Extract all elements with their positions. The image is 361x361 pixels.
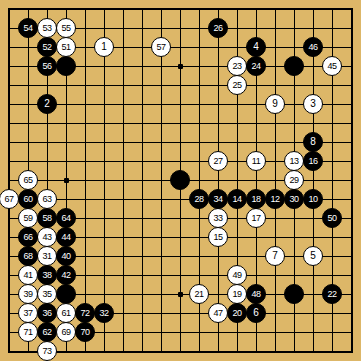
star-point — [178, 64, 183, 69]
black-stone-36[interactable]: 36 — [37, 303, 57, 323]
white-stone-5[interactable]: 5 — [303, 246, 323, 266]
move-number: 69 — [61, 328, 70, 337]
move-number: 73 — [42, 347, 51, 356]
move-number: 3 — [310, 99, 315, 109]
move-number: 54 — [23, 24, 32, 33]
white-stone-21[interactable]: 21 — [189, 284, 209, 304]
white-stone-1[interactable]: 1 — [94, 37, 114, 57]
white-stone-61[interactable]: 61 — [56, 303, 76, 323]
black-stone-40[interactable]: 40 — [56, 246, 76, 266]
move-number: 15 — [213, 233, 222, 242]
move-number: 26 — [213, 24, 222, 33]
move-number: 41 — [23, 271, 32, 280]
white-stone-69[interactable]: 69 — [56, 322, 76, 342]
white-stone-3[interactable]: 3 — [303, 94, 323, 114]
move-number: 20 — [232, 309, 241, 318]
black-stone-12[interactable]: 12 — [265, 189, 285, 209]
black-stone-handicap[interactable] — [56, 284, 76, 304]
move-number: 61 — [61, 309, 70, 318]
move-number: 44 — [61, 233, 70, 242]
black-stone-28[interactable]: 28 — [189, 189, 209, 209]
black-stone-handicap[interactable] — [284, 56, 304, 76]
move-number: 32 — [99, 309, 108, 318]
black-stone-22[interactable]: 22 — [322, 284, 342, 304]
black-stone-62[interactable]: 62 — [37, 322, 57, 342]
white-stone-19[interactable]: 19 — [227, 284, 247, 304]
white-stone-49[interactable]: 49 — [227, 265, 247, 285]
black-stone-70[interactable]: 70 — [75, 322, 95, 342]
white-stone-67[interactable]: 67 — [0, 189, 19, 209]
move-number: 35 — [42, 290, 51, 299]
move-number: 9 — [272, 99, 277, 109]
white-stone-31[interactable]: 31 — [37, 246, 57, 266]
black-stone-handicap[interactable] — [284, 284, 304, 304]
white-stone-23[interactable]: 23 — [227, 56, 247, 76]
move-number: 34 — [213, 195, 222, 204]
white-stone-63[interactable]: 63 — [37, 189, 57, 209]
black-stone-32[interactable]: 32 — [94, 303, 114, 323]
move-number: 31 — [42, 252, 51, 261]
white-stone-29[interactable]: 29 — [284, 170, 304, 190]
white-stone-13[interactable]: 13 — [284, 151, 304, 171]
move-number: 1 — [101, 42, 106, 52]
move-number: 55 — [61, 24, 70, 33]
black-stone-38[interactable]: 38 — [37, 265, 57, 285]
black-stone-48[interactable]: 48 — [246, 284, 266, 304]
move-number: 57 — [156, 43, 165, 52]
move-number: 14 — [232, 195, 241, 204]
white-stone-39[interactable]: 39 — [18, 284, 38, 304]
black-stone-24[interactable]: 24 — [246, 56, 266, 76]
move-number: 5 — [310, 251, 315, 261]
move-number: 39 — [23, 290, 32, 299]
black-stone-58[interactable]: 58 — [37, 208, 57, 228]
black-stone-8[interactable]: 8 — [303, 132, 323, 152]
move-number: 29 — [289, 176, 298, 185]
black-stone-4[interactable]: 4 — [246, 37, 266, 57]
white-stone-25[interactable]: 25 — [227, 75, 247, 95]
white-stone-37[interactable]: 37 — [18, 303, 38, 323]
move-number: 8 — [310, 137, 315, 147]
move-number: 30 — [289, 195, 298, 204]
white-stone-15[interactable]: 15 — [208, 227, 228, 247]
move-number: 24 — [251, 62, 260, 71]
move-number: 59 — [23, 214, 32, 223]
move-number: 45 — [327, 62, 336, 71]
white-stone-73[interactable]: 73 — [37, 341, 57, 361]
black-stone-44[interactable]: 44 — [56, 227, 76, 247]
white-stone-7[interactable]: 7 — [265, 246, 285, 266]
move-number: 2 — [44, 99, 49, 109]
star-point — [64, 178, 69, 183]
move-number: 52 — [42, 43, 51, 52]
black-stone-handicap[interactable] — [56, 56, 76, 76]
move-number: 28 — [194, 195, 203, 204]
black-stone-30[interactable]: 30 — [284, 189, 304, 209]
move-number: 60 — [23, 195, 32, 204]
black-stone-60[interactable]: 60 — [18, 189, 38, 209]
move-number: 10 — [308, 195, 317, 204]
move-number: 64 — [61, 214, 70, 223]
move-number: 21 — [194, 290, 203, 299]
move-number: 62 — [42, 328, 51, 337]
star-point — [178, 292, 183, 297]
black-stone-26[interactable]: 26 — [208, 18, 228, 38]
move-number: 68 — [23, 252, 32, 261]
black-stone-64[interactable]: 64 — [56, 208, 76, 228]
move-number: 47 — [213, 309, 222, 318]
move-number: 48 — [251, 290, 260, 299]
white-stone-59[interactable]: 59 — [18, 208, 38, 228]
move-number: 43 — [42, 233, 51, 242]
black-stone-10[interactable]: 10 — [303, 189, 323, 209]
move-number: 33 — [213, 214, 222, 223]
white-stone-57[interactable]: 57 — [151, 37, 171, 57]
black-stone-20[interactable]: 20 — [227, 303, 247, 323]
black-stone-72[interactable]: 72 — [75, 303, 95, 323]
move-number: 7 — [272, 251, 277, 261]
black-stone-56[interactable]: 56 — [37, 56, 57, 76]
white-stone-27[interactable]: 27 — [208, 151, 228, 171]
black-stone-54[interactable]: 54 — [18, 18, 38, 38]
black-stone-16[interactable]: 16 — [303, 151, 323, 171]
move-number: 19 — [232, 290, 241, 299]
move-number: 23 — [232, 62, 241, 71]
white-stone-43[interactable]: 43 — [37, 227, 57, 247]
move-number: 71 — [23, 328, 32, 337]
move-number: 66 — [23, 233, 32, 242]
move-number: 25 — [232, 81, 241, 90]
white-stone-9[interactable]: 9 — [265, 94, 285, 114]
white-stone-51[interactable]: 51 — [56, 37, 76, 57]
white-stone-17[interactable]: 17 — [246, 208, 266, 228]
black-stone-66[interactable]: 66 — [18, 227, 38, 247]
move-number: 22 — [327, 290, 336, 299]
move-number: 11 — [252, 157, 260, 166]
move-number: 65 — [23, 176, 32, 185]
move-number: 16 — [308, 157, 317, 166]
black-stone-18[interactable]: 18 — [246, 189, 266, 209]
white-stone-65[interactable]: 65 — [18, 170, 38, 190]
move-number: 46 — [308, 43, 317, 52]
white-stone-33[interactable]: 33 — [208, 208, 228, 228]
white-stone-53[interactable]: 53 — [37, 18, 57, 38]
move-number: 38 — [42, 271, 51, 280]
move-number: 6 — [253, 308, 258, 318]
move-number: 4 — [253, 42, 258, 52]
white-stone-11[interactable]: 11 — [246, 151, 266, 171]
move-number: 58 — [42, 214, 51, 223]
black-stone-52[interactable]: 52 — [37, 37, 57, 57]
black-stone-50[interactable]: 50 — [322, 208, 342, 228]
move-number: 42 — [61, 271, 70, 280]
white-stone-35[interactable]: 35 — [37, 284, 57, 304]
move-number: 37 — [23, 309, 32, 318]
move-number: 70 — [80, 328, 89, 337]
move-number: 36 — [42, 309, 51, 318]
move-number: 27 — [213, 157, 222, 166]
move-number: 67 — [4, 195, 13, 204]
move-number: 72 — [80, 309, 89, 318]
black-stone-14[interactable]: 14 — [227, 189, 247, 209]
move-number: 13 — [289, 157, 298, 166]
move-number: 40 — [61, 252, 70, 261]
move-number: 12 — [270, 195, 279, 204]
move-number: 53 — [42, 24, 51, 33]
move-number: 51 — [61, 43, 70, 52]
white-stone-71[interactable]: 71 — [18, 322, 38, 342]
white-stone-41[interactable]: 41 — [18, 265, 38, 285]
black-stone-6[interactable]: 6 — [246, 303, 266, 323]
black-stone-34[interactable]: 34 — [208, 189, 228, 209]
move-number: 17 — [251, 214, 260, 223]
white-stone-45[interactable]: 45 — [322, 56, 342, 76]
move-number: 50 — [327, 214, 336, 223]
white-stone-47[interactable]: 47 — [208, 303, 228, 323]
move-number: 18 — [251, 195, 260, 204]
black-stone-2[interactable]: 2 — [37, 94, 57, 114]
white-stone-55[interactable]: 55 — [56, 18, 76, 38]
move-number: 56 — [42, 62, 51, 71]
move-number: 63 — [42, 195, 51, 204]
black-stone-68[interactable]: 68 — [18, 246, 38, 266]
black-stone-handicap[interactable] — [170, 170, 190, 190]
move-number: 49 — [232, 271, 241, 280]
black-stone-42[interactable]: 42 — [56, 265, 76, 285]
black-stone-46[interactable]: 46 — [303, 37, 323, 57]
go-board[interactable]: 1234567891011121314151617181920212223242… — [0, 0, 361, 361]
